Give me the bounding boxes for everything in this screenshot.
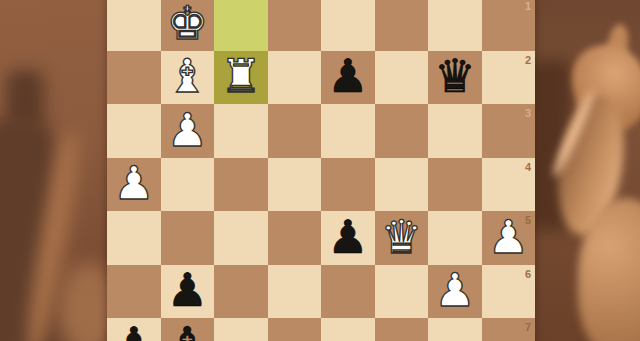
- square-f1[interactable]: [214, 0, 268, 51]
- square-b2[interactable]: ♛: [428, 51, 482, 105]
- square-g7[interactable]: ♝: [161, 318, 215, 341]
- square-d3[interactable]: [321, 104, 375, 158]
- square-f7[interactable]: [214, 318, 268, 341]
- square-c1[interactable]: [375, 0, 429, 51]
- rank-label-7: 7: [525, 321, 531, 333]
- square-h5[interactable]: [107, 211, 161, 265]
- piece-white-pawn[interactable]: ♟: [161, 103, 215, 157]
- square-h7[interactable]: ♟: [107, 318, 161, 341]
- piece-white-king[interactable]: ♚: [161, 0, 215, 50]
- square-e6[interactable]: [268, 265, 322, 319]
- rank-label-2: 2: [525, 54, 531, 66]
- rank-label-4: 4: [525, 161, 531, 173]
- square-d2[interactable]: ♟: [321, 51, 375, 105]
- piece-white-pawn[interactable]: ♟: [107, 157, 161, 211]
- piece-black-bishop[interactable]: ♝: [161, 317, 215, 341]
- square-h3[interactable]: [107, 104, 161, 158]
- square-e7[interactable]: [268, 318, 322, 341]
- square-f5[interactable]: [214, 211, 268, 265]
- square-d5[interactable]: ♟: [321, 211, 375, 265]
- rank-label-3: 3: [525, 107, 531, 119]
- square-b5[interactable]: [428, 211, 482, 265]
- piece-white-queen[interactable]: ♛: [375, 210, 429, 264]
- square-f6[interactable]: [214, 265, 268, 319]
- square-a1[interactable]: 1: [482, 0, 536, 51]
- square-d1[interactable]: [321, 0, 375, 51]
- piece-black-pawn[interactable]: ♟: [321, 210, 375, 264]
- square-a3[interactable]: 3: [482, 104, 536, 158]
- square-f2[interactable]: ♜: [214, 51, 268, 105]
- piece-white-rook[interactable]: ♜: [214, 50, 268, 104]
- background-photo-left: [0, 0, 108, 341]
- rank-label-5: 5: [525, 214, 531, 226]
- rank-label-6: 6: [525, 268, 531, 280]
- square-b1[interactable]: [428, 0, 482, 51]
- square-g6[interactable]: ♟: [161, 265, 215, 319]
- square-f4[interactable]: [214, 158, 268, 212]
- square-a5[interactable]: ♟5: [482, 211, 536, 265]
- piece-black-pawn[interactable]: ♟: [161, 264, 215, 318]
- square-h1[interactable]: [107, 0, 161, 51]
- square-c3[interactable]: [375, 104, 429, 158]
- piece-black-pawn[interactable]: ♟: [321, 50, 375, 104]
- square-d4[interactable]: [321, 158, 375, 212]
- square-c5[interactable]: ♛: [375, 211, 429, 265]
- square-g4[interactable]: [161, 158, 215, 212]
- square-e1[interactable]: [268, 0, 322, 51]
- blurred-piece-base: [58, 262, 108, 341]
- square-c4[interactable]: [375, 158, 429, 212]
- square-a7[interactable]: 7: [482, 318, 536, 341]
- square-h2[interactable]: [107, 51, 161, 105]
- square-e3[interactable]: [268, 104, 322, 158]
- piece-black-queen[interactable]: ♛: [428, 50, 482, 104]
- square-h6[interactable]: [107, 265, 161, 319]
- square-a4[interactable]: 4: [482, 158, 536, 212]
- piece-black-pawn[interactable]: ♟: [107, 317, 161, 341]
- piece-white-pawn[interactable]: ♟: [428, 264, 482, 318]
- square-c6[interactable]: [375, 265, 429, 319]
- square-g3[interactable]: ♟: [161, 104, 215, 158]
- square-e5[interactable]: [268, 211, 322, 265]
- square-d7[interactable]: [321, 318, 375, 341]
- square-e4[interactable]: [268, 158, 322, 212]
- page-background: ♚1♝♜♟♛2♟3♟4♟♛♟5♟♟6♟♝7: [0, 0, 640, 341]
- square-b3[interactable]: [428, 104, 482, 158]
- background-photo-right: [526, 0, 640, 341]
- square-g1[interactable]: ♚: [161, 0, 215, 51]
- square-g5[interactable]: [161, 211, 215, 265]
- chess-board[interactable]: ♚1♝♜♟♛2♟3♟4♟♛♟5♟♟6♟♝7: [107, 0, 535, 341]
- square-b6[interactable]: ♟: [428, 265, 482, 319]
- square-h4[interactable]: ♟: [107, 158, 161, 212]
- square-c7[interactable]: [375, 318, 429, 341]
- rank-label-1: 1: [525, 0, 531, 12]
- square-g2[interactable]: ♝: [161, 51, 215, 105]
- square-b4[interactable]: [428, 158, 482, 212]
- square-a6[interactable]: 6: [482, 265, 536, 319]
- square-d6[interactable]: [321, 265, 375, 319]
- piece-white-bishop[interactable]: ♝: [161, 50, 215, 104]
- square-b7[interactable]: [428, 318, 482, 341]
- square-e2[interactable]: [268, 51, 322, 105]
- square-c2[interactable]: [375, 51, 429, 105]
- square-f3[interactable]: [214, 104, 268, 158]
- square-a2[interactable]: 2: [482, 51, 536, 105]
